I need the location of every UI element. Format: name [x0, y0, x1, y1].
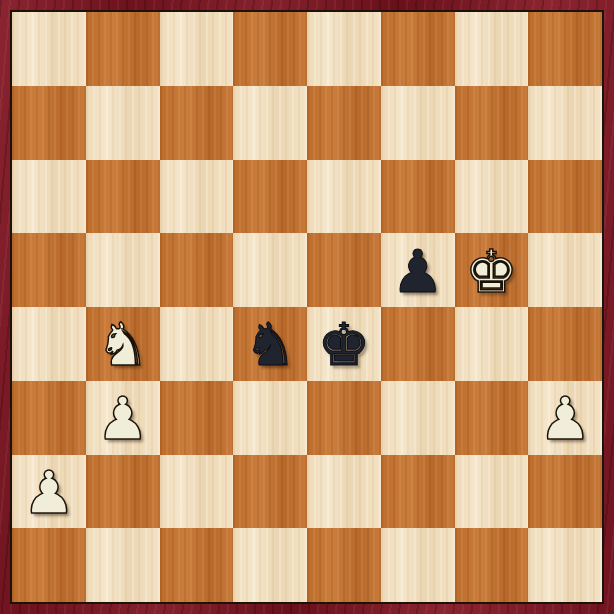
square-g3[interactable] [455, 381, 529, 455]
white-king[interactable]: ♚ [465, 242, 518, 301]
square-f2[interactable] [381, 455, 455, 529]
white-knight[interactable]: ♞ [96, 315, 149, 374]
square-a4[interactable] [12, 307, 86, 381]
square-a5[interactable] [12, 233, 86, 307]
square-g4[interactable] [455, 307, 529, 381]
square-f7[interactable] [381, 86, 455, 160]
square-d5[interactable] [233, 233, 307, 307]
square-f8[interactable] [381, 12, 455, 86]
square-b3[interactable]: ♟ [86, 381, 160, 455]
white-pawn[interactable]: ♟ [96, 389, 149, 448]
square-a7[interactable] [12, 86, 86, 160]
square-c5[interactable] [160, 233, 234, 307]
black-king[interactable]: ♚ [317, 315, 370, 374]
square-a8[interactable] [12, 12, 86, 86]
square-a2[interactable]: ♟ [12, 455, 86, 529]
square-d3[interactable] [233, 381, 307, 455]
square-c1[interactable] [160, 528, 234, 602]
square-e1[interactable] [307, 528, 381, 602]
square-f5[interactable]: ♟ [381, 233, 455, 307]
square-b5[interactable] [86, 233, 160, 307]
square-d7[interactable] [233, 86, 307, 160]
square-a3[interactable] [12, 381, 86, 455]
square-g7[interactable] [455, 86, 529, 160]
square-h3[interactable]: ♟ [528, 381, 602, 455]
square-e4[interactable]: ♚ [307, 307, 381, 381]
square-b4[interactable]: ♞ [86, 307, 160, 381]
square-f3[interactable] [381, 381, 455, 455]
square-b1[interactable] [86, 528, 160, 602]
black-knight[interactable]: ♞ [244, 315, 297, 374]
square-b8[interactable] [86, 12, 160, 86]
square-d8[interactable] [233, 12, 307, 86]
square-h8[interactable] [528, 12, 602, 86]
square-f4[interactable] [381, 307, 455, 381]
square-e2[interactable] [307, 455, 381, 529]
square-c8[interactable] [160, 12, 234, 86]
chess-board: ♟♚♞♞♚♟♟♟ [10, 10, 604, 604]
black-pawn[interactable]: ♟ [391, 242, 444, 301]
square-d1[interactable] [233, 528, 307, 602]
square-e8[interactable] [307, 12, 381, 86]
square-g6[interactable] [455, 160, 529, 234]
square-e6[interactable] [307, 160, 381, 234]
square-e5[interactable] [307, 233, 381, 307]
square-e7[interactable] [307, 86, 381, 160]
white-pawn[interactable]: ♟ [22, 463, 75, 522]
square-c3[interactable] [160, 381, 234, 455]
square-h5[interactable] [528, 233, 602, 307]
square-f6[interactable] [381, 160, 455, 234]
board-frame: ♟♚♞♞♚♟♟♟ [0, 0, 614, 614]
square-h1[interactable] [528, 528, 602, 602]
square-g5[interactable]: ♚ [455, 233, 529, 307]
square-c4[interactable] [160, 307, 234, 381]
square-h7[interactable] [528, 86, 602, 160]
square-g2[interactable] [455, 455, 529, 529]
square-c6[interactable] [160, 160, 234, 234]
square-h2[interactable] [528, 455, 602, 529]
square-g8[interactable] [455, 12, 529, 86]
square-d4[interactable]: ♞ [233, 307, 307, 381]
square-h4[interactable] [528, 307, 602, 381]
square-g1[interactable] [455, 528, 529, 602]
white-pawn[interactable]: ♟ [539, 389, 592, 448]
square-e3[interactable] [307, 381, 381, 455]
square-b2[interactable] [86, 455, 160, 529]
square-d2[interactable] [233, 455, 307, 529]
square-c2[interactable] [160, 455, 234, 529]
square-h6[interactable] [528, 160, 602, 234]
square-b6[interactable] [86, 160, 160, 234]
square-f1[interactable] [381, 528, 455, 602]
square-a1[interactable] [12, 528, 86, 602]
square-b7[interactable] [86, 86, 160, 160]
square-a6[interactable] [12, 160, 86, 234]
square-c7[interactable] [160, 86, 234, 160]
square-d6[interactable] [233, 160, 307, 234]
